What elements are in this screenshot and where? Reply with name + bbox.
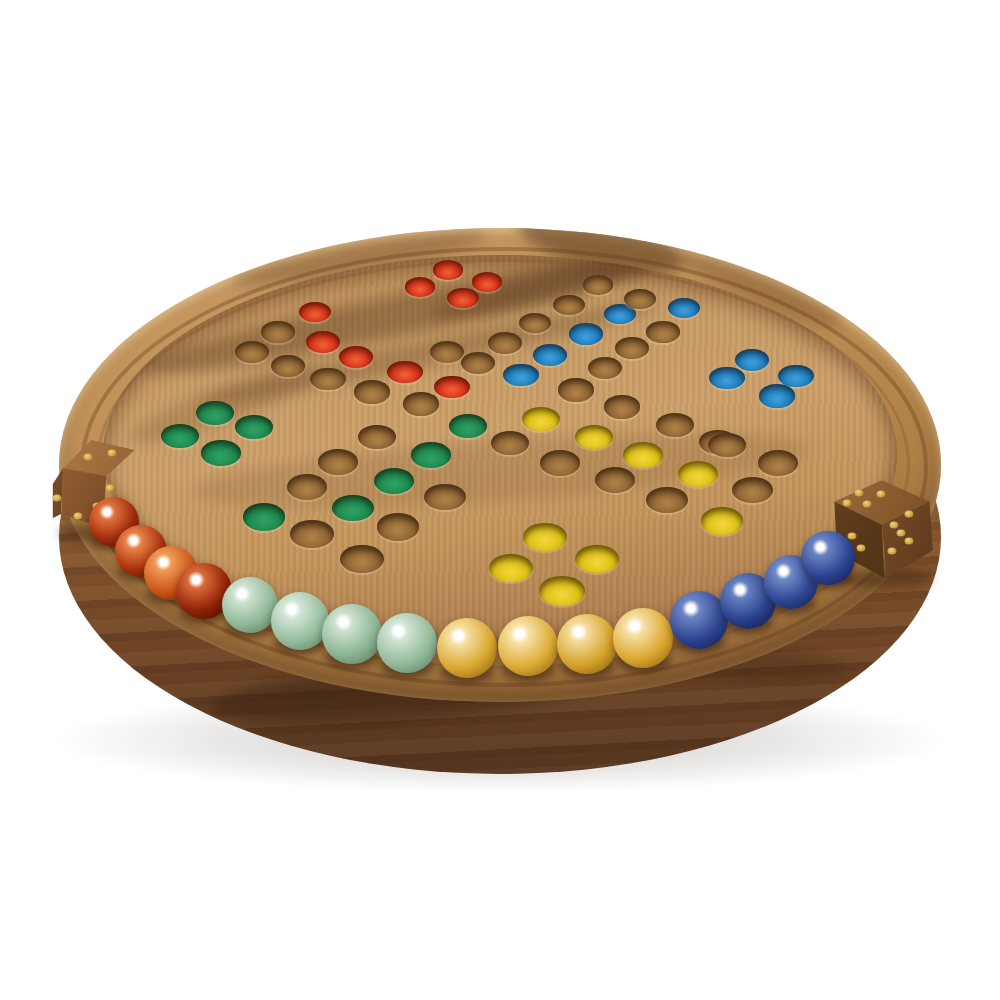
hole-green-finish-4[interactable] <box>332 495 374 522</box>
board-photo-scene <box>0 0 1000 1000</box>
hole-yellow-finish-4[interactable] <box>678 461 718 487</box>
hole-neutral-track-14[interactable] <box>646 321 679 342</box>
hole-neutral-track-11[interactable] <box>488 332 522 354</box>
marble-yellow-2[interactable] <box>498 616 558 676</box>
hole-neutral-track-8[interactable] <box>583 275 614 295</box>
hole-neutral-track-19[interactable] <box>656 413 694 437</box>
hole-neutral-track-33[interactable] <box>758 450 798 475</box>
hole-neutral-track-31[interactable] <box>646 487 688 514</box>
hole-red-home-3[interactable] <box>472 272 503 292</box>
marble-green-2[interactable] <box>271 592 329 650</box>
hole-neutral-track-5[interactable] <box>354 380 390 403</box>
die-left-front-pip-3 <box>74 513 83 520</box>
marble-green-4[interactable] <box>377 613 437 673</box>
hole-green-finish-2[interactable] <box>411 442 450 467</box>
hole-red-start-1[interactable] <box>299 302 331 323</box>
hole-green-home-3[interactable] <box>235 415 273 439</box>
die-right-front-right-pip-2 <box>890 522 899 529</box>
die-right-top-pip-1 <box>855 490 864 497</box>
marble-yellow-3[interactable] <box>557 614 617 674</box>
hole-green-home-4[interactable] <box>201 440 240 465</box>
hole-neutral-track-2[interactable] <box>235 341 269 363</box>
die-right-front-right-pip-3 <box>897 530 906 537</box>
die-right-top-pip-2 <box>877 491 886 498</box>
hole-blue-home-1[interactable] <box>735 349 770 371</box>
hole-neutral-track-25[interactable] <box>377 513 420 540</box>
hole-red-finish-2[interactable] <box>339 346 373 368</box>
hole-red-finish-3[interactable] <box>387 361 422 383</box>
die-right-front-right-pip-5 <box>888 548 897 555</box>
hole-blue-home-4[interactable] <box>759 384 795 407</box>
hole-neutral-track-22[interactable] <box>318 449 358 474</box>
hole-red-home-2[interactable] <box>405 277 436 297</box>
hole-green-start-1[interactable] <box>243 503 285 530</box>
die-right-front-left-pip-1 <box>848 533 857 540</box>
hole-neutral-track-15[interactable] <box>615 337 649 359</box>
die-right-front-left-pip-2 <box>857 545 866 552</box>
hole-yellow-home-1[interactable] <box>523 523 566 551</box>
hole-blue-finish-3[interactable] <box>533 344 567 366</box>
hole-neutral-track-1[interactable] <box>261 321 294 342</box>
die-right-top-pip-4 <box>863 501 872 508</box>
die-left-front-pip-1 <box>106 485 115 492</box>
hole-blue-finish-4[interactable] <box>503 364 538 387</box>
hole-neutral-track-18[interactable] <box>604 395 641 419</box>
hole-green-finish-3[interactable] <box>374 468 415 494</box>
die-left-side-left-pip-1 <box>53 495 62 502</box>
marble-yellow-4[interactable] <box>613 608 672 667</box>
hole-yellow-start-1[interactable] <box>701 507 744 534</box>
hole-neutral-track-27[interactable] <box>340 545 384 573</box>
hole-neutral-track-6[interactable] <box>403 392 440 415</box>
hole-red-finish-1[interactable] <box>306 331 340 353</box>
hole-blue-start-1[interactable] <box>668 298 700 318</box>
die-left-top-pip-2 <box>108 450 117 457</box>
hole-red-finish-4[interactable] <box>434 376 470 399</box>
hole-neutral-track-23[interactable] <box>287 474 328 500</box>
hole-yellow-home-4[interactable] <box>539 576 585 605</box>
hole-green-finish-1[interactable] <box>449 414 487 438</box>
die-right-top-pip-3 <box>843 500 852 507</box>
marble-blue-4[interactable] <box>801 531 854 584</box>
die-right-front-right-pip-1 <box>905 511 914 518</box>
hole-blue-home-2[interactable] <box>709 367 744 390</box>
hole-red-home-4[interactable] <box>447 288 478 308</box>
hole-blue-finish-2[interactable] <box>569 323 602 344</box>
hole-red-home-1[interactable] <box>433 260 463 279</box>
marble-green-3[interactable] <box>322 604 381 663</box>
hole-neutral-track-12[interactable] <box>430 341 464 363</box>
hole-neutral-track-4[interactable] <box>310 368 345 391</box>
hole-neutral-track-7[interactable] <box>553 295 585 315</box>
die-left-top-pip-1 <box>84 454 93 461</box>
hole-neutral-track-30[interactable] <box>595 467 636 493</box>
hole-neutral-track-9[interactable] <box>624 289 655 309</box>
hole-yellow-finish-1[interactable] <box>522 407 559 431</box>
hole-yellow-home-2[interactable] <box>575 545 619 573</box>
hole-green-home-1[interactable] <box>196 401 233 425</box>
hole-neutral-track-24[interactable] <box>424 484 465 510</box>
die-right-front-right-pip-4 <box>905 538 914 545</box>
hole-green-home-2[interactable] <box>161 424 199 449</box>
hole-neutral-track-13[interactable] <box>461 352 496 374</box>
hole-neutral-track-34[interactable] <box>732 477 773 503</box>
hole-neutral-track-29[interactable] <box>540 450 580 475</box>
hole-neutral-track-26[interactable] <box>290 520 333 548</box>
marble-yellow-1[interactable] <box>437 618 497 678</box>
hole-yellow-finish-3[interactable] <box>623 442 662 467</box>
hole-neutral-track-17[interactable] <box>558 378 594 401</box>
